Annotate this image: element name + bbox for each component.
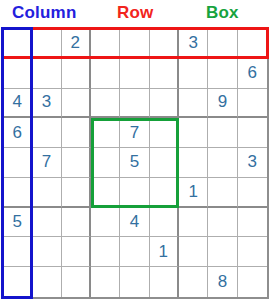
cell-r8c3 [62, 237, 91, 267]
cell-r3c2: 3 [32, 89, 61, 119]
cell-r9c8: 8 [208, 267, 237, 297]
cell-r7c7 [179, 208, 208, 238]
cell-r2c2 [32, 59, 61, 89]
cell-r5c8 [208, 148, 237, 178]
cell-r8c8 [208, 237, 237, 267]
column-label: Column [12, 3, 76, 23]
row-label: Row [117, 3, 153, 23]
cell-r1c2 [32, 29, 61, 59]
cell-r2c3 [62, 59, 91, 89]
cell-r2c1 [3, 59, 32, 89]
cell-r4c9 [238, 118, 267, 148]
cell-r6c6 [150, 178, 179, 208]
sudoku-diagram: Column Row Box 2364396775315418 [0, 0, 272, 300]
cell-r6c4 [91, 178, 120, 208]
cell-r5c3 [62, 148, 91, 178]
cell-r4c2 [32, 118, 61, 148]
cell-r6c3 [62, 178, 91, 208]
cell-r9c2 [32, 267, 61, 297]
cell-r7c4 [91, 208, 120, 238]
cell-r1c8 [208, 29, 237, 59]
cell-r4c6 [150, 118, 179, 148]
cell-r7c8 [208, 208, 237, 238]
cell-r5c2: 7 [32, 148, 61, 178]
cell-r7c5: 4 [120, 208, 149, 238]
cell-r6c2 [32, 178, 61, 208]
cell-r4c8 [208, 118, 237, 148]
cell-r7c3 [62, 208, 91, 238]
cell-r7c1: 5 [3, 208, 32, 238]
cell-r6c5 [120, 178, 149, 208]
cell-r9c6 [150, 267, 179, 297]
cell-r4c3 [62, 118, 91, 148]
cell-r8c6: 1 [150, 237, 179, 267]
cell-r5c7 [179, 148, 208, 178]
cell-r4c1: 6 [3, 118, 32, 148]
cell-r8c9 [238, 237, 267, 267]
cell-r3c1: 4 [3, 89, 32, 119]
cell-r4c4 [91, 118, 120, 148]
cell-r2c9: 6 [238, 59, 267, 89]
cell-r7c6 [150, 208, 179, 238]
cell-r6c1 [3, 178, 32, 208]
cell-r9c1 [3, 267, 32, 297]
cell-r8c5 [120, 237, 149, 267]
cell-r5c5: 5 [120, 148, 149, 178]
cell-r3c4 [91, 89, 120, 119]
cell-r3c8: 9 [208, 89, 237, 119]
cell-r1c7: 3 [179, 29, 208, 59]
cell-r4c5: 7 [120, 118, 149, 148]
cell-r7c9 [238, 208, 267, 238]
cell-r5c9: 3 [238, 148, 267, 178]
cell-r1c3: 2 [62, 29, 91, 59]
cell-r1c9 [238, 29, 267, 59]
cell-r6c7: 1 [179, 178, 208, 208]
cell-r3c9 [238, 89, 267, 119]
cell-r9c5 [120, 267, 149, 297]
cell-r2c4 [91, 59, 120, 89]
cell-r8c7 [179, 237, 208, 267]
cell-r5c1 [3, 148, 32, 178]
cell-r8c4 [91, 237, 120, 267]
cell-r2c5 [120, 59, 149, 89]
cell-r2c6 [150, 59, 179, 89]
cell-r4c7 [179, 118, 208, 148]
box-label: Box [206, 3, 239, 23]
sudoku-board: 2364396775315418 [1, 27, 269, 299]
cell-r9c3 [62, 267, 91, 297]
cell-r8c1 [3, 237, 32, 267]
cell-r5c6 [150, 148, 179, 178]
cell-r6c9 [238, 178, 267, 208]
cell-r1c5 [120, 29, 149, 59]
cell-r2c8 [208, 59, 237, 89]
cell-r1c4 [91, 29, 120, 59]
cell-r6c8 [208, 178, 237, 208]
cell-r7c2 [32, 208, 61, 238]
cell-r3c6 [150, 89, 179, 119]
cell-r3c7 [179, 89, 208, 119]
cell-r3c3 [62, 89, 91, 119]
cell-r3c5 [120, 89, 149, 119]
cell-r9c7 [179, 267, 208, 297]
cell-r1c1 [3, 29, 32, 59]
cell-r2c7 [179, 59, 208, 89]
cell-r1c6 [150, 29, 179, 59]
cell-r5c4 [91, 148, 120, 178]
cell-r9c9 [238, 267, 267, 297]
cell-r8c2 [32, 237, 61, 267]
sudoku-grid: 2364396775315418 [3, 29, 267, 297]
cell-r9c4 [91, 267, 120, 297]
